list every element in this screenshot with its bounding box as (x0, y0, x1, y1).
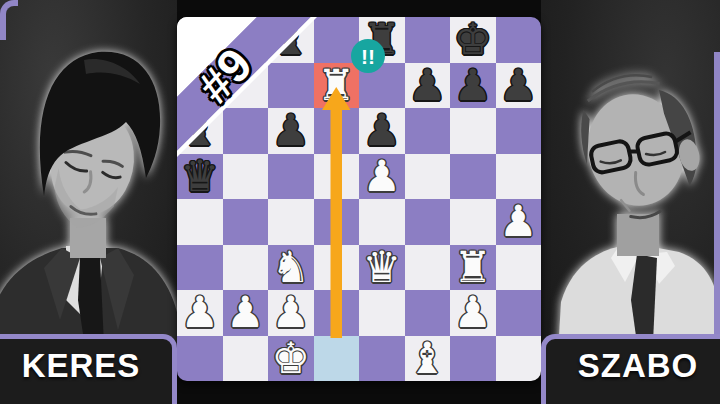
square-d7[interactable]: ♜ (314, 63, 360, 109)
square-b6[interactable] (223, 108, 269, 154)
square-d5[interactable] (314, 154, 360, 200)
square-a4[interactable] (177, 199, 223, 245)
left-player-name: KERES (22, 347, 141, 385)
square-b1[interactable] (223, 336, 269, 382)
square-f5[interactable] (405, 154, 451, 200)
square-h1[interactable] (496, 336, 542, 382)
square-g8[interactable]: ♚ (450, 17, 496, 63)
white-rook: ♜ (317, 63, 356, 109)
square-d4[interactable] (314, 199, 360, 245)
black-pawn: ♟ (362, 108, 401, 154)
square-c4[interactable] (268, 199, 314, 245)
square-g7[interactable]: ♟ (450, 63, 496, 109)
thumbnail: ♝♜♚♜♟♟♟♝♟♟♛♟♟♞♛♜♟♟♟♟♚♝ #9 !! KERES SZABO (0, 0, 720, 404)
square-b3[interactable] (223, 245, 269, 291)
square-g5[interactable] (450, 154, 496, 200)
square-f2[interactable] (405, 290, 451, 336)
white-queen: ♛ (362, 245, 401, 291)
white-bishop: ♝ (408, 336, 447, 382)
square-e1[interactable] (359, 336, 405, 382)
black-pawn: ♟ (499, 63, 538, 109)
white-pawn: ♟ (362, 154, 401, 200)
brilliant-move-label: !! (361, 46, 375, 67)
white-knight: ♞ (271, 245, 310, 291)
square-f1[interactable]: ♝ (405, 336, 451, 382)
square-d1[interactable] (314, 336, 360, 382)
white-pawn: ♟ (271, 290, 310, 336)
square-b2[interactable]: ♟ (223, 290, 269, 336)
square-e6[interactable]: ♟ (359, 108, 405, 154)
square-a1[interactable] (177, 336, 223, 382)
square-g1[interactable] (450, 336, 496, 382)
square-a5[interactable]: ♛ (177, 154, 223, 200)
white-pawn: ♟ (499, 199, 538, 245)
white-rook: ♜ (453, 245, 492, 291)
brilliant-move-badge: !! (351, 39, 385, 73)
black-queen: ♛ (180, 154, 219, 200)
square-h5[interactable] (496, 154, 542, 200)
white-pawn: ♟ (180, 290, 219, 336)
square-g6[interactable] (450, 108, 496, 154)
square-g3[interactable]: ♜ (450, 245, 496, 291)
square-d3[interactable] (314, 245, 360, 291)
square-h6[interactable] (496, 108, 542, 154)
square-d6[interactable] (314, 108, 360, 154)
square-f6[interactable] (405, 108, 451, 154)
square-c7[interactable] (268, 63, 314, 109)
black-pawn: ♟ (408, 63, 447, 109)
square-h7[interactable]: ♟ (496, 63, 542, 109)
square-e5[interactable]: ♟ (359, 154, 405, 200)
square-e2[interactable] (359, 290, 405, 336)
square-g2[interactable]: ♟ (450, 290, 496, 336)
square-c5[interactable] (268, 154, 314, 200)
frame-corner-accent (0, 0, 18, 40)
white-pawn: ♟ (453, 290, 492, 336)
frame-right-accent (714, 52, 720, 336)
square-e3[interactable]: ♛ (359, 245, 405, 291)
square-c1[interactable]: ♚ (268, 336, 314, 382)
white-king: ♚ (271, 336, 310, 382)
black-pawn: ♟ (271, 108, 310, 154)
square-h2[interactable] (496, 290, 542, 336)
black-king: ♚ (453, 17, 492, 63)
square-b5[interactable] (223, 154, 269, 200)
square-c3[interactable]: ♞ (268, 245, 314, 291)
square-f4[interactable] (405, 199, 451, 245)
right-name-plate: SZABO (541, 334, 720, 404)
square-d2[interactable] (314, 290, 360, 336)
left-name-plate: KERES (0, 334, 177, 404)
white-pawn: ♟ (226, 290, 265, 336)
square-f3[interactable] (405, 245, 451, 291)
square-h4[interactable]: ♟ (496, 199, 542, 245)
square-h3[interactable] (496, 245, 542, 291)
square-a3[interactable] (177, 245, 223, 291)
square-f8[interactable] (405, 17, 451, 63)
square-c2[interactable]: ♟ (268, 290, 314, 336)
square-c6[interactable]: ♟ (268, 108, 314, 154)
square-g4[interactable] (450, 199, 496, 245)
square-a2[interactable]: ♟ (177, 290, 223, 336)
square-b4[interactable] (223, 199, 269, 245)
right-player-name: SZABO (578, 347, 699, 385)
square-h8[interactable] (496, 17, 542, 63)
chess-board: ♝♜♚♜♟♟♟♝♟♟♛♟♟♞♛♜♟♟♟♟♚♝ #9 !! (177, 17, 541, 381)
square-e4[interactable] (359, 199, 405, 245)
black-pawn: ♟ (453, 63, 492, 109)
square-f7[interactable]: ♟ (405, 63, 451, 109)
